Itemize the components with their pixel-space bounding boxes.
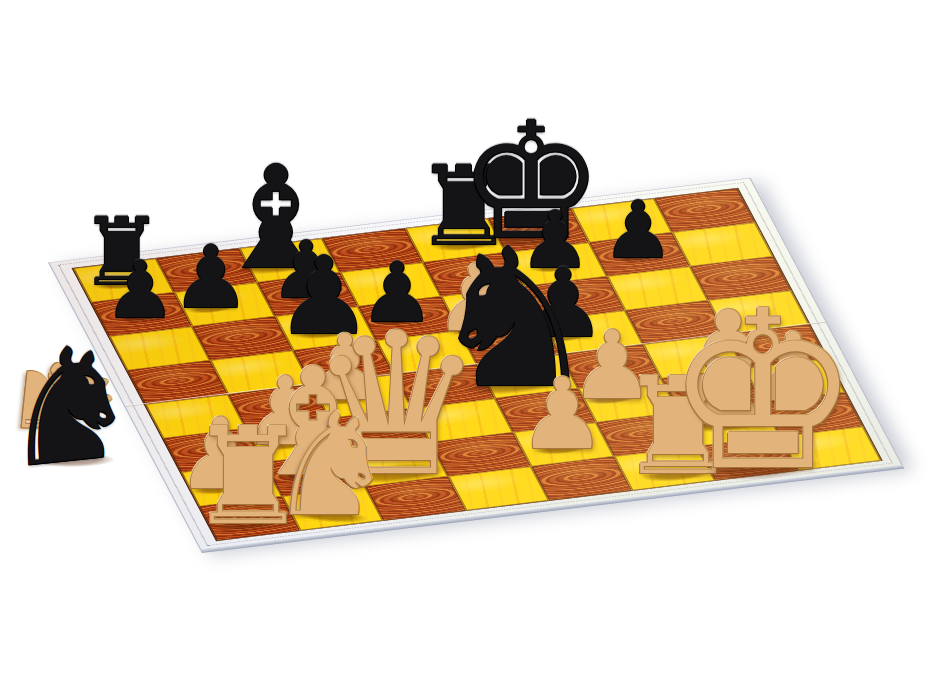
piece-black-pawn-d6: ♟ bbox=[360, 251, 435, 334]
piece-black-rook-e8: ♜ bbox=[414, 151, 513, 262]
piece-white-pawn-e2: ♟ bbox=[518, 365, 606, 463]
piece-white-pawn-f3: ♟ bbox=[570, 318, 655, 413]
piece-white-rook-a1: ♜ bbox=[188, 410, 309, 545]
piece-white-bishop-g2: ♝ bbox=[657, 290, 799, 448]
piece-black-pawn-c6: ♟ bbox=[276, 242, 373, 350]
piece-white-pawn-c4: ♟ bbox=[304, 323, 385, 414]
piece-black-pawn-b7: ♟ bbox=[172, 234, 250, 321]
piece-black-rook-a8: ♜ bbox=[80, 205, 164, 299]
piece-black-pawn-f7: ♟ bbox=[519, 200, 590, 279]
photo-background: ♜♟♟♝♟♟♟♜♚♟♟♟♞♟♜♟♝♞♟♛♟♟♟♜♝♚♟♞♞ bbox=[0, 0, 928, 686]
pieces-layer: ♜♟♟♝♟♟♟♜♚♟♟♟♞♟♜♟♝♞♟♛♟♟♟♜♝♚♟♞♞ bbox=[0, 0, 928, 686]
piece-white-king-g1: ♚ bbox=[665, 283, 861, 502]
piece-black-pawn-a7: ♟ bbox=[104, 250, 175, 329]
piece-white-pawn-b3: ♟ bbox=[243, 364, 328, 459]
piece-black-king-f8: ♚ bbox=[458, 100, 603, 262]
piece-black-pawn-g7: ♟ bbox=[602, 190, 673, 269]
piece-white-pawn-e6: ♟ bbox=[435, 253, 517, 344]
piece-black-knight-e4: ♞ bbox=[428, 222, 600, 414]
captured-black-knight: ♞ bbox=[0, 321, 146, 491]
piece-white-pawn-h3: ♟ bbox=[751, 320, 836, 415]
piece-white-knight-b1: ♞ bbox=[267, 394, 394, 536]
piece-black-bishop-c8: ♝ bbox=[212, 146, 340, 289]
captured-white-knight: ♞ bbox=[1, 339, 130, 457]
piece-white-bishop-b2: ♝ bbox=[246, 349, 379, 498]
piece-white-pawn-a2: ♟ bbox=[176, 405, 264, 503]
piece-white-rook-f1: ♜ bbox=[618, 360, 739, 495]
piece-black-pawn-c7: ♟ bbox=[270, 230, 341, 309]
piece-white-queen-c2: ♛ bbox=[308, 307, 484, 504]
piece-black-pawn-f5: ♟ bbox=[520, 256, 606, 352]
